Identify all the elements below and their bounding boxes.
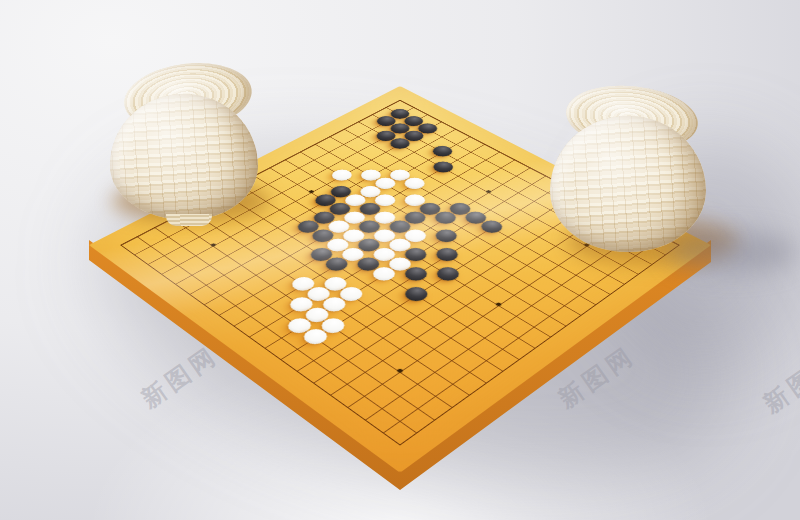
go-stone-bowl-left <box>110 58 260 228</box>
photo-scene: 新图网新图网新图网新图网 <box>0 0 800 520</box>
go-stone-bowl-right <box>550 82 710 257</box>
watermark-text: 新图网 <box>757 344 800 420</box>
bowl-foot <box>166 214 212 226</box>
bowl-body <box>550 116 706 252</box>
